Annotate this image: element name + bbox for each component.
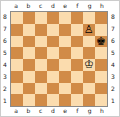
square-h1[interactable] — [95, 94, 107, 106]
rank-label-left-5: 5 — [1, 47, 9, 59]
file-label-bottom-h: h — [96, 107, 108, 115]
square-f5[interactable] — [71, 47, 83, 59]
square-f2[interactable] — [71, 83, 83, 95]
rank-label-right-6: 6 — [109, 35, 117, 47]
square-d3[interactable] — [47, 71, 59, 83]
square-d8[interactable] — [47, 12, 59, 24]
rank-label-left-1: 1 — [1, 95, 9, 107]
square-f4[interactable] — [71, 59, 83, 71]
square-h5[interactable] — [95, 47, 107, 59]
square-g4[interactable]: ♔ — [83, 59, 95, 71]
square-b2[interactable] — [23, 83, 35, 95]
square-d5[interactable] — [47, 47, 59, 59]
square-c8[interactable] — [35, 12, 47, 24]
square-b1[interactable] — [23, 94, 35, 106]
square-b3[interactable] — [23, 71, 35, 83]
square-c7[interactable] — [35, 24, 47, 36]
square-c2[interactable] — [35, 83, 47, 95]
file-label-top-b: b — [22, 2, 34, 10]
square-c3[interactable] — [35, 71, 47, 83]
square-a2[interactable] — [11, 83, 23, 95]
square-d6[interactable] — [47, 36, 59, 48]
square-e5[interactable] — [59, 47, 71, 59]
square-e1[interactable] — [59, 94, 71, 106]
square-e3[interactable] — [59, 71, 71, 83]
rank-label-left-4: 4 — [1, 59, 9, 71]
square-g2[interactable] — [83, 83, 95, 95]
square-f7[interactable] — [71, 24, 83, 36]
rank-label-left-7: 7 — [1, 23, 9, 35]
square-e8[interactable] — [59, 12, 71, 24]
square-f6[interactable] — [71, 36, 83, 48]
chess-board-diagram: abcdefgh 87654321 ♙♚♔ 87654321 abcdefgh — [1, 1, 119, 116]
rank-label-right-5: 5 — [109, 47, 117, 59]
square-f1[interactable] — [71, 94, 83, 106]
square-g8[interactable] — [83, 12, 95, 24]
square-h4[interactable] — [95, 59, 107, 71]
square-f8[interactable] — [71, 12, 83, 24]
rank-labels-right: 87654321 — [109, 11, 117, 107]
square-d2[interactable] — [47, 83, 59, 95]
square-a3[interactable] — [11, 71, 23, 83]
file-label-bottom-a: a — [10, 107, 22, 115]
rank-labels-left: 87654321 — [1, 11, 9, 107]
square-h7[interactable] — [95, 24, 107, 36]
square-a8[interactable] — [11, 12, 23, 24]
square-g1[interactable] — [83, 94, 95, 106]
file-labels-top: abcdefgh — [10, 2, 108, 10]
square-c6[interactable] — [35, 36, 47, 48]
square-d4[interactable] — [47, 59, 59, 71]
rank-label-right-2: 2 — [109, 83, 117, 95]
rank-label-right-8: 8 — [109, 11, 117, 23]
square-a1[interactable] — [11, 94, 23, 106]
rank-label-right-7: 7 — [109, 23, 117, 35]
square-h8[interactable] — [95, 12, 107, 24]
chess-board: ♙♚♔ — [10, 11, 108, 107]
rank-label-left-3: 3 — [1, 71, 9, 83]
square-h6[interactable]: ♚ — [95, 36, 107, 48]
square-c4[interactable] — [35, 59, 47, 71]
square-a4[interactable] — [11, 59, 23, 71]
square-e4[interactable] — [59, 59, 71, 71]
square-g3[interactable] — [83, 71, 95, 83]
white-pawn[interactable]: ♙ — [84, 24, 94, 35]
square-b6[interactable] — [23, 36, 35, 48]
rank-label-right-1: 1 — [109, 95, 117, 107]
file-label-bottom-d: d — [47, 107, 59, 115]
square-d1[interactable] — [47, 94, 59, 106]
file-label-top-g: g — [84, 2, 96, 10]
file-label-top-d: d — [47, 2, 59, 10]
file-label-bottom-e: e — [59, 107, 71, 115]
file-labels-bottom: abcdefgh — [10, 107, 108, 115]
square-a6[interactable] — [11, 36, 23, 48]
square-g5[interactable] — [83, 47, 95, 59]
square-f3[interactable] — [71, 71, 83, 83]
square-e7[interactable] — [59, 24, 71, 36]
file-label-bottom-f: f — [71, 107, 83, 115]
square-h2[interactable] — [95, 83, 107, 95]
file-label-top-e: e — [59, 2, 71, 10]
file-label-top-c: c — [35, 2, 47, 10]
rank-label-left-2: 2 — [1, 83, 9, 95]
rank-label-left-6: 6 — [1, 35, 9, 47]
white-king[interactable]: ♔ — [84, 59, 94, 70]
square-a5[interactable] — [11, 47, 23, 59]
black-king[interactable]: ♚ — [96, 36, 106, 47]
rank-label-left-8: 8 — [1, 11, 9, 23]
rank-label-right-3: 3 — [109, 71, 117, 83]
square-b8[interactable] — [23, 12, 35, 24]
file-label-top-f: f — [71, 2, 83, 10]
file-label-top-h: h — [96, 2, 108, 10]
square-h3[interactable] — [95, 71, 107, 83]
file-label-bottom-b: b — [22, 107, 34, 115]
file-label-bottom-g: g — [84, 107, 96, 115]
square-b7[interactable] — [23, 24, 35, 36]
square-g7[interactable]: ♙ — [83, 24, 95, 36]
square-b5[interactable] — [23, 47, 35, 59]
file-label-top-a: a — [10, 2, 22, 10]
rank-label-right-4: 4 — [109, 59, 117, 71]
square-c1[interactable] — [35, 94, 47, 106]
square-a7[interactable] — [11, 24, 23, 36]
file-label-bottom-c: c — [35, 107, 47, 115]
square-d7[interactable] — [47, 24, 59, 36]
square-c5[interactable] — [35, 47, 47, 59]
square-b4[interactable] — [23, 59, 35, 71]
square-e2[interactable] — [59, 83, 71, 95]
square-e6[interactable] — [59, 36, 71, 48]
square-g6[interactable] — [83, 36, 95, 48]
